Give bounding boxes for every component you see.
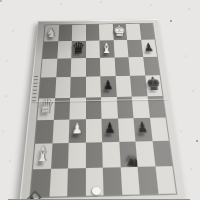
square-a7[interactable] [43, 41, 58, 59]
square-b6[interactable] [56, 59, 71, 78]
table-speckles [0, 0, 2, 2]
square-h1[interactable] [155, 166, 176, 194]
brand-text-smudge [32, 76, 38, 102]
chess-board: ♞♚♛♝♟♟♚♛♟♟♟♝♞ ♞ [18, 19, 186, 200]
square-f1[interactable] [120, 167, 140, 195]
square-h8[interactable] [139, 23, 155, 39]
piece-white-pawn[interactable]: ♟ [69, 122, 86, 137]
square-c3[interactable]: ♟ [69, 119, 86, 143]
piece-black-pawn[interactable]: ♟ [100, 79, 116, 92]
square-d6[interactable] [86, 58, 101, 77]
piece-black-pawn[interactable]: ♟ [134, 120, 152, 135]
square-c5[interactable] [70, 77, 85, 97]
piece-white-knight[interactable]: ♞ [44, 26, 59, 39]
square-b2[interactable] [51, 143, 69, 169]
white-disc-object [92, 187, 101, 195]
photo-canvas: ♞♚♛♝♟♟♚♛♟♟♟♝♞ ♞ [0, 0, 200, 200]
square-c6[interactable] [71, 58, 86, 77]
square-h3[interactable] [149, 117, 168, 141]
square-f7[interactable] [113, 40, 128, 58]
piece-black-pawn[interactable]: ♟ [102, 121, 119, 136]
square-a8[interactable]: ♞ [44, 25, 59, 42]
square-a3[interactable] [35, 120, 53, 144]
square-h5[interactable]: ♚ [145, 76, 163, 96]
square-d8[interactable] [86, 24, 100, 41]
square-b3[interactable] [52, 119, 69, 143]
square-a6[interactable] [41, 59, 57, 78]
square-f6[interactable] [114, 57, 130, 76]
square-d2[interactable] [85, 142, 102, 168]
square-b8[interactable] [58, 25, 72, 42]
square-e5[interactable]: ♟ [100, 76, 116, 96]
piece-white-king[interactable]: ♚ [112, 23, 127, 38]
square-h2[interactable] [152, 141, 172, 167]
square-c2[interactable] [68, 142, 85, 168]
piece-black-queen[interactable]: ♛ [71, 40, 85, 56]
square-f3[interactable] [118, 118, 136, 142]
square-a2[interactable]: ♝ [33, 143, 52, 169]
square-e3[interactable]: ♟ [101, 118, 118, 142]
square-d7[interactable] [86, 41, 100, 59]
square-d3[interactable] [85, 119, 102, 143]
square-d5[interactable] [86, 77, 101, 97]
piece-black-king[interactable]: ♚ [145, 75, 162, 93]
square-f2[interactable]: ♞ [119, 141, 138, 167]
square-e8[interactable] [99, 24, 113, 40]
piece-white-bishop[interactable]: ♝ [33, 144, 52, 164]
piece-white-bishop[interactable]: ♝ [99, 41, 114, 55]
square-e2[interactable] [102, 142, 120, 168]
square-f5[interactable] [115, 76, 131, 96]
square-e1[interactable] [103, 167, 122, 195]
square-e6[interactable] [100, 58, 115, 77]
square-c7[interactable]: ♛ [71, 41, 85, 59]
square-e7[interactable]: ♝ [99, 40, 114, 58]
square-f8[interactable]: ♚ [112, 24, 127, 40]
square-b7[interactable] [57, 41, 72, 59]
square-c1[interactable] [67, 168, 85, 196]
board-edge-shadow [8, 199, 190, 200]
square-b1[interactable] [49, 168, 68, 196]
piece-black-pawn[interactable]: ♟ [141, 42, 156, 53]
square-h7[interactable]: ♟ [141, 40, 157, 58]
board-grid: ♞♚♛♝♟♟♚♛♟♟♟♝♞ [31, 23, 176, 197]
square-b5[interactable] [55, 77, 71, 97]
